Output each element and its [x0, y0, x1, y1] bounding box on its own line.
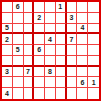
cell-r5c5[interactable]	[45, 45, 56, 56]
cell-r1c1[interactable]	[2, 2, 13, 13]
cell-r4c4[interactable]	[34, 34, 45, 45]
cell-r7c6[interactable]	[56, 67, 67, 78]
cell-r9c6[interactable]	[56, 88, 67, 99]
cell-r8c5[interactable]	[45, 77, 56, 88]
cell-r2c5[interactable]	[45, 13, 56, 24]
cell-r6c4[interactable]	[34, 56, 45, 67]
cell-r8c7[interactable]	[67, 77, 78, 88]
cell-r6c5[interactable]	[45, 56, 56, 67]
cell-r6c2[interactable]	[13, 56, 24, 67]
cell-r8c9[interactable]: 1	[88, 77, 99, 88]
cell-r2c7[interactable]: 3	[67, 13, 78, 24]
cell-r7c8[interactable]	[77, 67, 88, 78]
cell-r7c9[interactable]	[88, 67, 99, 78]
cell-r2c6[interactable]	[56, 13, 67, 24]
cell-r9c1[interactable]: 4	[2, 88, 13, 99]
cell-r8c6[interactable]	[56, 77, 67, 88]
cell-r9c3[interactable]	[24, 88, 35, 99]
cell-r4c7[interactable]: 7	[67, 34, 78, 45]
cell-r3c5[interactable]	[45, 24, 56, 35]
cell-r5c3[interactable]	[24, 45, 35, 56]
cell-r9c5[interactable]	[45, 88, 56, 99]
cell-r3c7[interactable]	[67, 24, 78, 35]
cell-r4c3[interactable]	[24, 34, 35, 45]
cell-r4c9[interactable]	[88, 34, 99, 45]
cell-r1c7[interactable]	[67, 2, 78, 13]
cell-r4c1[interactable]: 2	[2, 34, 13, 45]
cell-r4c6[interactable]	[56, 34, 67, 45]
sudoku-board: 61235424756378614	[0, 0, 101, 101]
cell-r5c1[interactable]	[2, 45, 13, 56]
cell-r1c2[interactable]: 6	[13, 2, 24, 13]
sudoku-grid: 61235424756378614	[2, 2, 99, 99]
cell-r6c8[interactable]	[77, 56, 88, 67]
cell-r4c2[interactable]	[13, 34, 24, 45]
cell-r3c3[interactable]	[24, 24, 35, 35]
cell-r6c9[interactable]	[88, 56, 99, 67]
cell-r5c8[interactable]	[77, 45, 88, 56]
cell-r2c4[interactable]: 2	[34, 13, 45, 24]
cell-r7c7[interactable]	[67, 67, 78, 78]
cell-r5c9[interactable]	[88, 45, 99, 56]
cell-r4c5[interactable]: 4	[45, 34, 56, 45]
cell-r7c1[interactable]: 3	[2, 67, 13, 78]
cell-r2c9[interactable]	[88, 13, 99, 24]
cell-r3c9[interactable]	[88, 24, 99, 35]
cell-r1c6[interactable]: 1	[56, 2, 67, 13]
cell-r1c3[interactable]	[24, 2, 35, 13]
cell-r9c8[interactable]	[77, 88, 88, 99]
cell-r3c4[interactable]	[34, 24, 45, 35]
cell-r6c7[interactable]	[67, 56, 78, 67]
cell-r3c8[interactable]: 4	[77, 24, 88, 35]
cell-r8c1[interactable]	[2, 77, 13, 88]
cell-r2c8[interactable]	[77, 13, 88, 24]
cell-r1c8[interactable]	[77, 2, 88, 13]
cell-r5c4[interactable]: 6	[34, 45, 45, 56]
cell-r5c2[interactable]: 5	[13, 45, 24, 56]
cell-r9c7[interactable]	[67, 88, 78, 99]
cell-r3c2[interactable]	[13, 24, 24, 35]
cell-r1c4[interactable]	[34, 2, 45, 13]
cell-r7c4[interactable]	[34, 67, 45, 78]
cell-r3c6[interactable]	[56, 24, 67, 35]
cell-r6c3[interactable]	[24, 56, 35, 67]
cell-r6c1[interactable]	[2, 56, 13, 67]
cell-r5c6[interactable]	[56, 45, 67, 56]
cell-r2c3[interactable]	[24, 13, 35, 24]
cell-r5c7[interactable]	[67, 45, 78, 56]
cell-r9c2[interactable]	[13, 88, 24, 99]
cell-r6c6[interactable]	[56, 56, 67, 67]
cell-r8c8[interactable]: 6	[77, 77, 88, 88]
cell-r8c3[interactable]	[24, 77, 35, 88]
cell-r8c4[interactable]	[34, 77, 45, 88]
cell-r1c5[interactable]	[45, 2, 56, 13]
cell-r9c9[interactable]	[88, 88, 99, 99]
cell-r9c4[interactable]	[34, 88, 45, 99]
cell-r7c2[interactable]	[13, 67, 24, 78]
cell-r1c9[interactable]	[88, 2, 99, 13]
cell-r3c1[interactable]: 5	[2, 24, 13, 35]
cell-r7c5[interactable]: 8	[45, 67, 56, 78]
cell-r2c1[interactable]	[2, 13, 13, 24]
cell-r4c8[interactable]	[77, 34, 88, 45]
cell-r8c2[interactable]	[13, 77, 24, 88]
cell-r2c2[interactable]	[13, 13, 24, 24]
cell-r7c3[interactable]: 7	[24, 67, 35, 78]
